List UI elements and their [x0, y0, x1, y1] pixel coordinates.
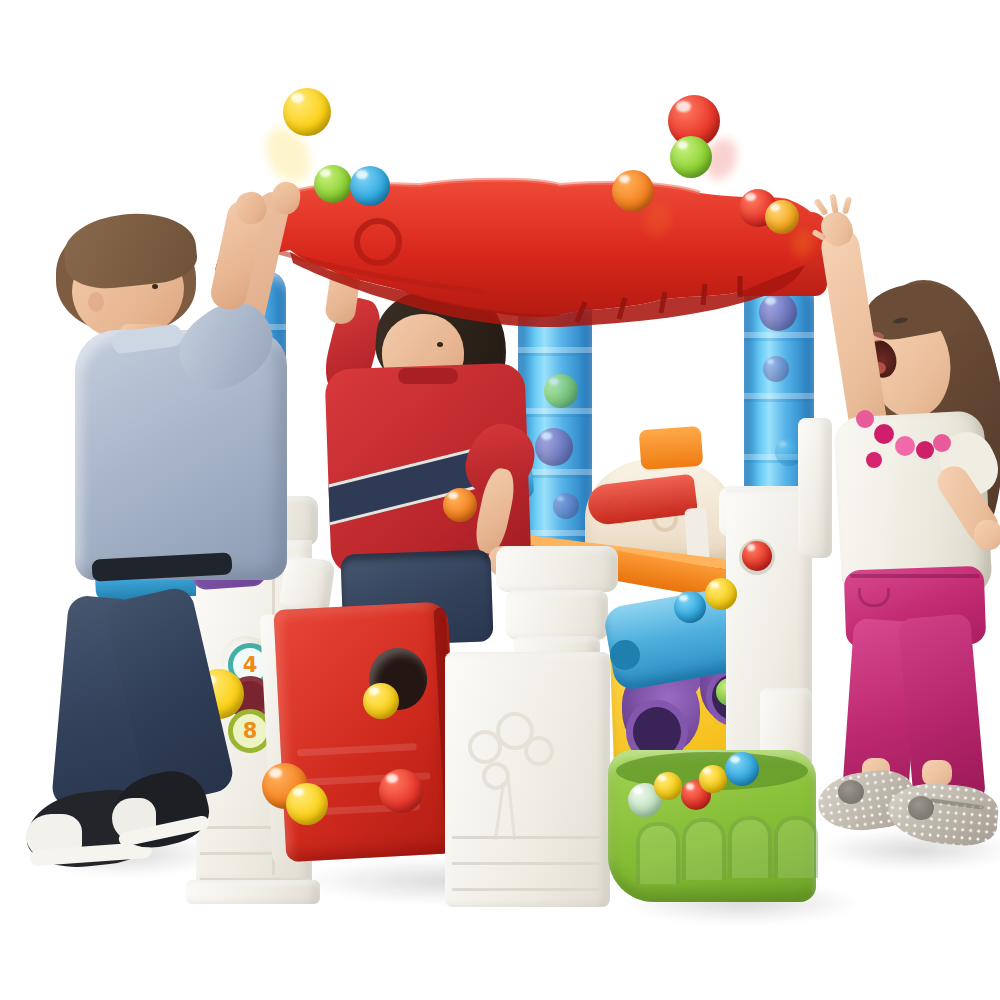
orange-chute-upper — [639, 426, 704, 470]
girl-finger — [842, 197, 852, 215]
right-wall-strip — [798, 418, 832, 558]
basket-arch — [682, 818, 726, 880]
girl-lower-hand — [974, 520, 1000, 550]
button-backing — [739, 539, 775, 575]
boy-center-eye — [437, 342, 443, 347]
necklace-pom — [866, 452, 882, 468]
number-decal-8-text: 8 — [243, 719, 258, 743]
corner-wall-base-line — [452, 862, 602, 865]
corner-wall-base-line — [452, 888, 602, 891]
basket-arch — [728, 816, 772, 878]
girl-ankle — [922, 760, 952, 786]
necklace-pom — [874, 424, 894, 444]
basket-rim-interior — [616, 752, 808, 790]
necklace-pom — [933, 434, 951, 452]
front-corner-wall — [445, 652, 610, 907]
boy-left-eye — [152, 284, 158, 289]
blue-track-end-cap — [610, 640, 640, 670]
green-ball-basket — [608, 750, 816, 902]
play-ball-red — [668, 95, 720, 147]
left-post-foot — [186, 880, 320, 904]
door-panel — [273, 601, 460, 862]
red-door — [259, 601, 460, 866]
number-decal-4-text: 4 — [243, 653, 258, 677]
girl-jeans-waistline — [850, 574, 980, 578]
necklace-pom — [856, 410, 874, 428]
corner-wall-base-line — [452, 836, 602, 839]
play-ball-yellow — [283, 88, 331, 136]
center-post-cap — [496, 546, 618, 592]
wall-bubble-emboss — [482, 762, 510, 790]
necklace-pom — [895, 436, 915, 456]
left-post-bracket — [278, 555, 335, 615]
boy-center-collar — [398, 368, 458, 384]
boy-left-ear — [88, 292, 104, 312]
necklace-pom — [916, 441, 934, 459]
photo-stage: 4 8 — [0, 0, 1000, 1000]
center-post-step — [506, 590, 608, 640]
basket-arch — [636, 822, 680, 884]
wall-bubble-emboss — [524, 736, 554, 766]
basket-arch — [774, 816, 818, 878]
girl-shoe-left-pom — [838, 780, 864, 804]
